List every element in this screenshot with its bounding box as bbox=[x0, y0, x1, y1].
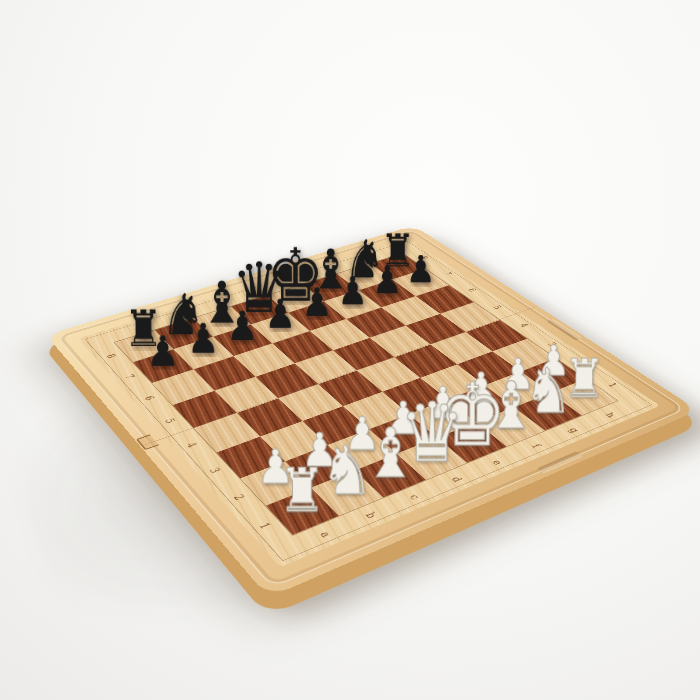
piece-black-pawn[interactable]: ♟ bbox=[146, 331, 180, 373]
piece-black-pawn[interactable]: ♟ bbox=[264, 294, 296, 334]
piece-black-pawn[interactable]: ♟ bbox=[372, 261, 402, 299]
piece-black-pawn[interactable]: ♟ bbox=[337, 272, 368, 311]
piece-black-pawn[interactable]: ♟ bbox=[301, 283, 332, 322]
piece-black-pawn[interactable]: ♟ bbox=[187, 318, 220, 359]
piece-white-rook[interactable]: ♜ bbox=[278, 461, 326, 521]
piece-white-knight[interactable]: ♞ bbox=[320, 437, 374, 505]
piece-black-pawn[interactable]: ♟ bbox=[406, 251, 436, 289]
scene: 87654321 87654321 abcdefgh ♜♞♝♛♚♝♞♜♟♟♟♟♟… bbox=[0, 0, 700, 700]
piece-black-pawn[interactable]: ♟ bbox=[226, 306, 258, 347]
